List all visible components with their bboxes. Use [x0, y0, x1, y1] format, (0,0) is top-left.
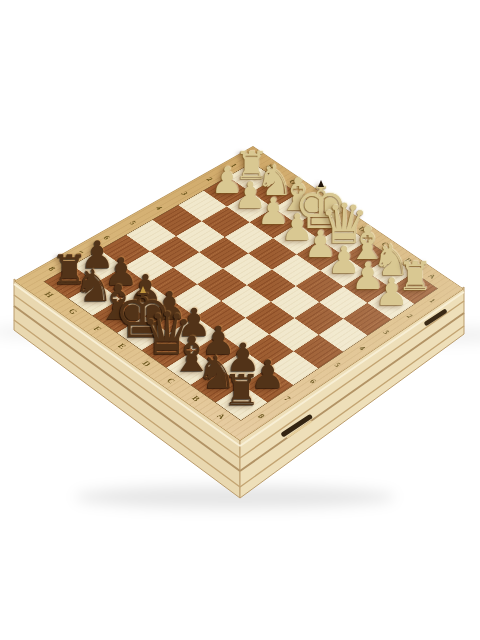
chess-set-photo: ABCDEFGH ABCDEFGH 87654321 87654321 ♜♞♝♛… — [0, 0, 480, 640]
